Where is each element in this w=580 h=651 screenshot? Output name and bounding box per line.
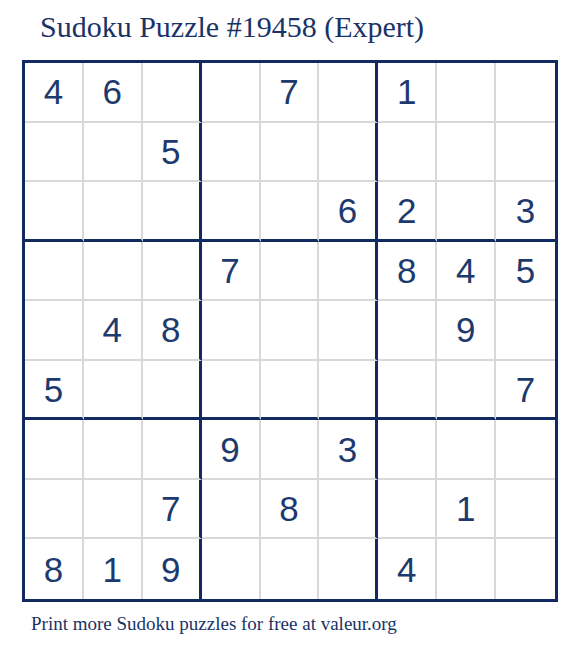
sudoku-cell-r8c4[interactable] bbox=[202, 480, 261, 540]
sudoku-cell-r4c1[interactable] bbox=[25, 242, 84, 302]
sudoku-cell-r2c4[interactable] bbox=[202, 123, 261, 183]
sudoku-cell-r3c4[interactable] bbox=[202, 182, 261, 242]
sudoku-cell-r1c1[interactable]: 4 bbox=[25, 63, 84, 123]
sudoku-cell-r3c7[interactable]: 2 bbox=[378, 182, 437, 242]
sudoku-cell-r7c4[interactable]: 9 bbox=[202, 420, 261, 480]
sudoku-cell-r4c4[interactable]: 7 bbox=[202, 242, 261, 302]
sudoku-cell-r4c6[interactable] bbox=[319, 242, 378, 302]
sudoku-cell-r2c6[interactable] bbox=[319, 123, 378, 183]
sudoku-cell-r9c7[interactable]: 4 bbox=[378, 539, 437, 599]
sudoku-cell-r4c3[interactable] bbox=[143, 242, 202, 302]
sudoku-cell-r7c3[interactable] bbox=[143, 420, 202, 480]
sudoku-cell-r4c9[interactable]: 5 bbox=[496, 242, 555, 302]
sudoku-cell-r9c8[interactable] bbox=[437, 539, 496, 599]
sudoku-cell-r2c8[interactable] bbox=[437, 123, 496, 183]
sudoku-cell-r8c2[interactable] bbox=[84, 480, 143, 540]
page-title: Sudoku Puzzle #19458 (Expert) bbox=[40, 10, 424, 44]
sudoku-cell-r9c6[interactable] bbox=[319, 539, 378, 599]
sudoku-cell-r3c1[interactable] bbox=[25, 182, 84, 242]
sudoku-cell-r3c9[interactable]: 3 bbox=[496, 182, 555, 242]
sudoku-cell-r4c7[interactable]: 8 bbox=[378, 242, 437, 302]
sudoku-cell-r2c5[interactable] bbox=[261, 123, 320, 183]
sudoku-cell-r1c7[interactable]: 1 bbox=[378, 63, 437, 123]
sudoku-cell-r1c3[interactable] bbox=[143, 63, 202, 123]
sudoku-cell-r3c5[interactable] bbox=[261, 182, 320, 242]
sudoku-cell-r3c2[interactable] bbox=[84, 182, 143, 242]
sudoku-cell-r9c4[interactable] bbox=[202, 539, 261, 599]
sudoku-cell-r2c9[interactable] bbox=[496, 123, 555, 183]
sudoku-cell-r5c3[interactable]: 8 bbox=[143, 301, 202, 361]
sudoku-cell-r6c6[interactable] bbox=[319, 361, 378, 421]
sudoku-cell-r8c5[interactable]: 8 bbox=[261, 480, 320, 540]
sudoku-cell-r1c6[interactable] bbox=[319, 63, 378, 123]
sudoku-cell-r2c3[interactable]: 5 bbox=[143, 123, 202, 183]
sudoku-cell-r7c5[interactable] bbox=[261, 420, 320, 480]
sudoku-cell-r6c4[interactable] bbox=[202, 361, 261, 421]
sudoku-cell-r5c9[interactable] bbox=[496, 301, 555, 361]
sudoku-cell-r9c3[interactable]: 9 bbox=[143, 539, 202, 599]
sudoku-cell-r3c8[interactable] bbox=[437, 182, 496, 242]
sudoku-cell-r1c9[interactable] bbox=[496, 63, 555, 123]
sudoku-cell-r9c2[interactable]: 1 bbox=[84, 539, 143, 599]
sudoku-cell-r3c6[interactable]: 6 bbox=[319, 182, 378, 242]
sudoku-cell-r5c1[interactable] bbox=[25, 301, 84, 361]
sudoku-cell-r8c1[interactable] bbox=[25, 480, 84, 540]
sudoku-cell-r1c5[interactable]: 7 bbox=[261, 63, 320, 123]
sudoku-cell-r6c7[interactable] bbox=[378, 361, 437, 421]
sudoku-cell-r3c3[interactable] bbox=[143, 182, 202, 242]
footer-text: Print more Sudoku puzzles for free at va… bbox=[31, 613, 397, 635]
sudoku-cell-r6c8[interactable] bbox=[437, 361, 496, 421]
sudoku-cell-r7c8[interactable] bbox=[437, 420, 496, 480]
sudoku-cell-r7c6[interactable]: 3 bbox=[319, 420, 378, 480]
sudoku-cell-r7c1[interactable] bbox=[25, 420, 84, 480]
sudoku-cell-r8c6[interactable] bbox=[319, 480, 378, 540]
sudoku-cell-r8c8[interactable]: 1 bbox=[437, 480, 496, 540]
sudoku-cell-r4c2[interactable] bbox=[84, 242, 143, 302]
sudoku-cell-r6c3[interactable] bbox=[143, 361, 202, 421]
sudoku-cell-r5c5[interactable] bbox=[261, 301, 320, 361]
sudoku-cell-r1c8[interactable] bbox=[437, 63, 496, 123]
sudoku-cell-r6c1[interactable]: 5 bbox=[25, 361, 84, 421]
sudoku-page: Sudoku Puzzle #19458 (Expert) 4671562378… bbox=[0, 0, 580, 651]
sudoku-cell-r5c4[interactable] bbox=[202, 301, 261, 361]
sudoku-cell-r6c2[interactable] bbox=[84, 361, 143, 421]
sudoku-cell-r2c7[interactable] bbox=[378, 123, 437, 183]
sudoku-cell-r9c9[interactable] bbox=[496, 539, 555, 599]
sudoku-cell-r9c1[interactable]: 8 bbox=[25, 539, 84, 599]
sudoku-cell-r7c2[interactable] bbox=[84, 420, 143, 480]
sudoku-cell-r7c9[interactable] bbox=[496, 420, 555, 480]
sudoku-cell-r8c9[interactable] bbox=[496, 480, 555, 540]
sudoku-cell-r8c3[interactable]: 7 bbox=[143, 480, 202, 540]
sudoku-cell-r5c8[interactable]: 9 bbox=[437, 301, 496, 361]
sudoku-cell-r5c7[interactable] bbox=[378, 301, 437, 361]
sudoku-cell-r6c9[interactable]: 7 bbox=[496, 361, 555, 421]
sudoku-board: 46715623784548957937818194 bbox=[22, 60, 558, 602]
sudoku-cell-r9c5[interactable] bbox=[261, 539, 320, 599]
sudoku-cell-r1c2[interactable]: 6 bbox=[84, 63, 143, 123]
sudoku-cell-r2c1[interactable] bbox=[25, 123, 84, 183]
sudoku-cell-r6c5[interactable] bbox=[261, 361, 320, 421]
sudoku-cell-r5c6[interactable] bbox=[319, 301, 378, 361]
sudoku-cell-r7c7[interactable] bbox=[378, 420, 437, 480]
sudoku-cell-r8c7[interactable] bbox=[378, 480, 437, 540]
sudoku-cell-r1c4[interactable] bbox=[202, 63, 261, 123]
sudoku-cell-r5c2[interactable]: 4 bbox=[84, 301, 143, 361]
sudoku-cell-r4c8[interactable]: 4 bbox=[437, 242, 496, 302]
sudoku-cell-r4c5[interactable] bbox=[261, 242, 320, 302]
sudoku-cell-r2c2[interactable] bbox=[84, 123, 143, 183]
